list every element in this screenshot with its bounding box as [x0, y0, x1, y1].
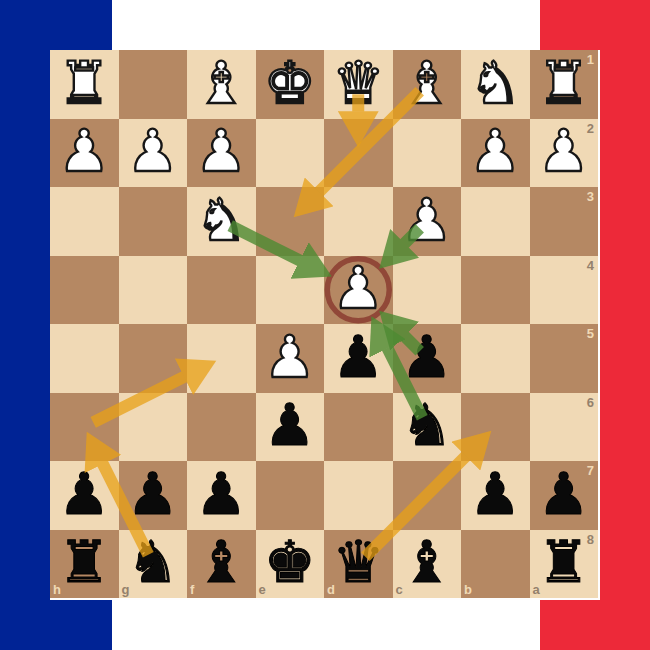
white-piece-P-a2[interactable]: ♟ — [538, 122, 590, 180]
square-c7[interactable] — [393, 461, 462, 530]
square-g8[interactable]: ♞ — [119, 530, 188, 599]
white-piece-P-c3[interactable]: ♟ — [401, 191, 453, 249]
square-g5[interactable] — [119, 324, 188, 393]
square-d5[interactable]: ♟ — [324, 324, 393, 393]
square-e6[interactable]: ♟ — [256, 393, 325, 462]
square-b6[interactable] — [461, 393, 530, 462]
square-f5[interactable] — [187, 324, 256, 393]
square-h8[interactable]: ♜ — [50, 530, 119, 599]
square-a4[interactable] — [530, 256, 599, 325]
square-a1[interactable]: ♜ — [530, 50, 599, 119]
chess-board: ♜♝♚♛♝♞♜♟♟♟♟♟♞♟♟♟♟♟♟♞♟♟♟♟♟♜♞♝♚♛♝♜ hgfedcb… — [50, 50, 600, 600]
black-piece-B-f8[interactable]: ♝ — [195, 533, 247, 591]
square-d7[interactable] — [324, 461, 393, 530]
black-piece-P-g7[interactable]: ♟ — [127, 465, 179, 523]
square-b2[interactable]: ♟ — [461, 119, 530, 188]
square-b4[interactable] — [461, 256, 530, 325]
square-h6[interactable] — [50, 393, 119, 462]
white-piece-P-d4[interactable]: ♟ — [332, 259, 384, 317]
square-c3[interactable]: ♟ — [393, 187, 462, 256]
square-b7[interactable]: ♟ — [461, 461, 530, 530]
square-e7[interactable] — [256, 461, 325, 530]
white-piece-N-f3[interactable]: ♞ — [195, 191, 247, 249]
square-b3[interactable] — [461, 187, 530, 256]
square-f8[interactable]: ♝ — [187, 530, 256, 599]
square-a7[interactable]: ♟ — [530, 461, 599, 530]
square-e5[interactable]: ♟ — [256, 324, 325, 393]
square-c5[interactable]: ♟ — [393, 324, 462, 393]
square-a3[interactable] — [530, 187, 599, 256]
square-h3[interactable] — [50, 187, 119, 256]
black-piece-N-c6[interactable]: ♞ — [401, 396, 453, 454]
square-g1[interactable] — [119, 50, 188, 119]
square-b1[interactable]: ♞ — [461, 50, 530, 119]
square-d1[interactable]: ♛ — [324, 50, 393, 119]
white-piece-P-b2[interactable]: ♟ — [469, 122, 521, 180]
screenshot-root: ♜♝♚♛♝♞♜♟♟♟♟♟♞♟♟♟♟♟♟♞♟♟♟♟♟♜♞♝♚♛♝♜ hgfedcb… — [0, 0, 650, 650]
black-piece-R-a8[interactable]: ♜ — [538, 533, 590, 591]
square-h1[interactable]: ♜ — [50, 50, 119, 119]
white-piece-P-f2[interactable]: ♟ — [195, 122, 247, 180]
square-g4[interactable] — [119, 256, 188, 325]
square-d8[interactable]: ♛ — [324, 530, 393, 599]
white-piece-P-e5[interactable]: ♟ — [264, 328, 316, 386]
white-piece-P-h2[interactable]: ♟ — [58, 122, 110, 180]
white-piece-P-g2[interactable]: ♟ — [127, 122, 179, 180]
square-c4[interactable] — [393, 256, 462, 325]
black-piece-B-c8[interactable]: ♝ — [401, 533, 453, 591]
square-a6[interactable] — [530, 393, 599, 462]
square-e8[interactable]: ♚ — [256, 530, 325, 599]
square-g6[interactable] — [119, 393, 188, 462]
black-piece-P-e6[interactable]: ♟ — [264, 396, 316, 454]
white-piece-N-b1[interactable]: ♞ — [469, 54, 521, 112]
square-c1[interactable]: ♝ — [393, 50, 462, 119]
board-squares: ♜♝♚♛♝♞♜♟♟♟♟♟♞♟♟♟♟♟♟♞♟♟♟♟♟♜♞♝♚♛♝♜ — [50, 50, 598, 598]
black-piece-P-b7[interactable]: ♟ — [469, 465, 521, 523]
square-a5[interactable] — [530, 324, 599, 393]
square-d6[interactable] — [324, 393, 393, 462]
square-f3[interactable]: ♞ — [187, 187, 256, 256]
square-e1[interactable]: ♚ — [256, 50, 325, 119]
square-c8[interactable]: ♝ — [393, 530, 462, 599]
white-piece-K-e1[interactable]: ♚ — [264, 54, 316, 112]
square-c2[interactable] — [393, 119, 462, 188]
square-a8[interactable]: ♜ — [530, 530, 599, 599]
black-piece-P-d5[interactable]: ♟ — [332, 328, 384, 386]
square-a2[interactable]: ♟ — [530, 119, 599, 188]
square-f2[interactable]: ♟ — [187, 119, 256, 188]
square-f4[interactable] — [187, 256, 256, 325]
square-g7[interactable]: ♟ — [119, 461, 188, 530]
square-b5[interactable] — [461, 324, 530, 393]
square-f7[interactable]: ♟ — [187, 461, 256, 530]
black-piece-K-e8[interactable]: ♚ — [264, 533, 316, 591]
square-e2[interactable] — [256, 119, 325, 188]
square-e4[interactable] — [256, 256, 325, 325]
square-d2[interactable] — [324, 119, 393, 188]
white-piece-B-f1[interactable]: ♝ — [195, 54, 247, 112]
white-piece-R-h1[interactable]: ♜ — [58, 54, 110, 112]
square-g3[interactable] — [119, 187, 188, 256]
white-piece-B-c1[interactable]: ♝ — [401, 54, 453, 112]
square-f6[interactable] — [187, 393, 256, 462]
black-piece-R-h8[interactable]: ♜ — [58, 533, 110, 591]
black-piece-N-g8[interactable]: ♞ — [127, 533, 179, 591]
white-piece-Q-d1[interactable]: ♛ — [332, 54, 384, 112]
white-piece-R-a1[interactable]: ♜ — [538, 54, 590, 112]
square-h5[interactable] — [50, 324, 119, 393]
square-h4[interactable] — [50, 256, 119, 325]
black-piece-P-f7[interactable]: ♟ — [195, 465, 247, 523]
square-d4[interactable]: ♟ — [324, 256, 393, 325]
square-d3[interactable] — [324, 187, 393, 256]
square-f1[interactable]: ♝ — [187, 50, 256, 119]
black-piece-P-a7[interactable]: ♟ — [538, 465, 590, 523]
square-b8[interactable] — [461, 530, 530, 599]
black-piece-P-c5[interactable]: ♟ — [401, 328, 453, 386]
square-g2[interactable]: ♟ — [119, 119, 188, 188]
square-c6[interactable]: ♞ — [393, 393, 462, 462]
square-h7[interactable]: ♟ — [50, 461, 119, 530]
square-h2[interactable]: ♟ — [50, 119, 119, 188]
black-piece-Q-d8[interactable]: ♛ — [332, 533, 384, 591]
black-piece-P-h7[interactable]: ♟ — [58, 465, 110, 523]
square-e3[interactable] — [256, 187, 325, 256]
